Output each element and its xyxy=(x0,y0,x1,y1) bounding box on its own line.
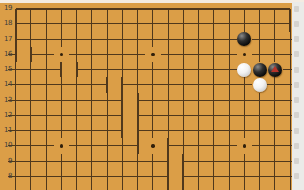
board-intersection[interactable] xyxy=(222,1,237,16)
board-intersection[interactable] xyxy=(130,47,145,62)
board-intersection[interactable] xyxy=(252,32,267,47)
black-stone[interactable] xyxy=(237,32,251,46)
board-intersection[interactable] xyxy=(39,138,54,153)
board-intersection[interactable] xyxy=(130,32,145,47)
board-intersection[interactable] xyxy=(267,47,282,62)
board-intersection[interactable] xyxy=(237,77,252,92)
clipped-right-label-mark xyxy=(294,143,299,149)
right-window-strip xyxy=(292,2,304,190)
board-intersection[interactable] xyxy=(54,32,69,47)
board-intersection[interactable] xyxy=(145,123,160,138)
board-intersection[interactable] xyxy=(39,184,54,190)
board-intersection[interactable] xyxy=(252,123,267,138)
board-intersection[interactable] xyxy=(23,32,38,47)
board-intersection[interactable] xyxy=(267,154,282,169)
board-intersection[interactable] xyxy=(222,62,237,77)
board-intersection[interactable] xyxy=(23,138,38,153)
board-intersection[interactable] xyxy=(23,154,38,169)
board-intersection[interactable] xyxy=(23,1,38,16)
row-label: 11 xyxy=(0,126,12,135)
clipped-right-label-mark xyxy=(294,97,299,103)
board-intersection[interactable] xyxy=(54,123,69,138)
board-intersection[interactable] xyxy=(267,184,282,190)
white-stone[interactable] xyxy=(253,78,267,92)
board-intersection[interactable] xyxy=(69,138,84,153)
board-intersection[interactable] xyxy=(222,138,237,153)
board-intersection[interactable] xyxy=(176,138,191,153)
board-intersection[interactable] xyxy=(252,108,267,123)
board-intersection[interactable] xyxy=(206,184,221,190)
last-move-triangle-marker xyxy=(271,66,279,72)
board-intersection[interactable] xyxy=(267,32,282,47)
board-intersection[interactable] xyxy=(145,77,160,92)
board-intersection[interactable] xyxy=(54,62,69,77)
board-intersection[interactable] xyxy=(161,16,176,31)
board-intersection[interactable] xyxy=(100,108,115,123)
board-intersection[interactable] xyxy=(161,154,176,169)
board-intersection[interactable] xyxy=(176,77,191,92)
star-point xyxy=(151,53,154,56)
row-label: 17 xyxy=(0,35,12,44)
row-label: 8 xyxy=(0,172,12,181)
star-point xyxy=(243,144,246,147)
board-intersection[interactable] xyxy=(222,184,237,190)
star-point xyxy=(60,144,63,147)
board-intersection[interactable] xyxy=(115,62,130,77)
board-intersection[interactable] xyxy=(130,184,145,190)
clipped-right-label-mark xyxy=(294,51,299,57)
board-intersection[interactable] xyxy=(84,93,99,108)
board-intersection[interactable] xyxy=(222,93,237,108)
board-intersection[interactable] xyxy=(206,1,221,16)
board-intersection[interactable] xyxy=(84,169,99,184)
row-label: 15 xyxy=(0,65,12,74)
board-intersection[interactable] xyxy=(69,108,84,123)
board-intersection[interactable] xyxy=(237,184,252,190)
board-intersection[interactable] xyxy=(206,169,221,184)
board-intersection[interactable] xyxy=(130,154,145,169)
board-intersection[interactable] xyxy=(100,77,115,92)
board-intersection[interactable] xyxy=(130,77,145,92)
board-intersection[interactable] xyxy=(23,77,38,92)
board-intersection[interactable] xyxy=(191,47,206,62)
board-intersection[interactable] xyxy=(161,184,176,190)
board-intersection[interactable] xyxy=(84,32,99,47)
board-intersection[interactable] xyxy=(252,93,267,108)
board-intersection[interactable] xyxy=(100,1,115,16)
board-intersection[interactable] xyxy=(191,77,206,92)
board-intersection[interactable] xyxy=(191,138,206,153)
board-intersection[interactable] xyxy=(84,77,99,92)
board-intersection[interactable] xyxy=(115,169,130,184)
board-intersection[interactable] xyxy=(267,169,282,184)
board-intersection[interactable] xyxy=(115,47,130,62)
board-intersection[interactable] xyxy=(100,32,115,47)
board-intersection[interactable] xyxy=(39,1,54,16)
board-intersection[interactable] xyxy=(145,154,160,169)
board-intersection[interactable] xyxy=(191,16,206,31)
clipped-right-label-mark xyxy=(294,21,299,27)
board-intersection[interactable] xyxy=(23,184,38,190)
board-intersection[interactable] xyxy=(222,16,237,31)
board-intersection[interactable] xyxy=(130,169,145,184)
board-intersection[interactable] xyxy=(115,184,130,190)
board-intersection[interactable] xyxy=(191,32,206,47)
board-intersection[interactable] xyxy=(100,16,115,31)
board-intersection[interactable] xyxy=(161,138,176,153)
board-intersection[interactable] xyxy=(23,62,38,77)
clipped-right-label-mark xyxy=(294,173,299,179)
board-intersection[interactable] xyxy=(23,47,38,62)
board-intersection[interactable] xyxy=(100,47,115,62)
board-intersection[interactable] xyxy=(222,32,237,47)
board-intersection[interactable] xyxy=(252,169,267,184)
board-intersection[interactable] xyxy=(115,154,130,169)
clipped-right-label-mark xyxy=(294,128,299,134)
board-intersection[interactable] xyxy=(100,154,115,169)
board-intersection[interactable] xyxy=(267,93,282,108)
board-intersection[interactable] xyxy=(84,1,99,16)
board-intersection[interactable] xyxy=(222,47,237,62)
star-point xyxy=(151,144,154,147)
board-intersection[interactable] xyxy=(267,123,282,138)
board-intersection[interactable] xyxy=(84,62,99,77)
board-intersection[interactable] xyxy=(252,16,267,31)
board-intersection[interactable] xyxy=(161,93,176,108)
board-intersection[interactable] xyxy=(115,108,130,123)
board-intersection[interactable] xyxy=(8,184,23,190)
board-intersection[interactable] xyxy=(222,169,237,184)
clipped-right-label-mark xyxy=(294,67,299,73)
board-intersection[interactable] xyxy=(252,1,267,16)
board-intersection[interactable] xyxy=(191,1,206,16)
board-intersection[interactable] xyxy=(161,108,176,123)
row-label: 14 xyxy=(0,80,12,89)
board-intersection[interactable] xyxy=(191,93,206,108)
board-intersection[interactable] xyxy=(191,62,206,77)
board-intersection[interactable] xyxy=(145,16,160,31)
board-intersection[interactable] xyxy=(54,154,69,169)
board-intersection[interactable] xyxy=(130,16,145,31)
board-intersection[interactable] xyxy=(69,154,84,169)
board-intersection[interactable] xyxy=(161,1,176,16)
board-intersection[interactable] xyxy=(54,93,69,108)
board-intersection[interactable] xyxy=(84,184,99,190)
board-intersection[interactable] xyxy=(145,169,160,184)
go-board[interactable] xyxy=(8,1,298,190)
board-intersection[interactable] xyxy=(39,154,54,169)
board-intersection[interactable] xyxy=(176,1,191,16)
board-intersection[interactable] xyxy=(222,108,237,123)
board-intersection[interactable] xyxy=(267,138,282,153)
board-intersection[interactable] xyxy=(191,184,206,190)
board-intersection[interactable] xyxy=(69,123,84,138)
board-intersection[interactable] xyxy=(115,93,130,108)
board-intersection[interactable] xyxy=(130,108,145,123)
board-intersection[interactable] xyxy=(23,93,38,108)
board-intersection[interactable] xyxy=(176,154,191,169)
board-intersection[interactable] xyxy=(69,93,84,108)
board-intersection[interactable] xyxy=(206,138,221,153)
board-intersection[interactable] xyxy=(54,184,69,190)
board-intersection[interactable] xyxy=(69,77,84,92)
board-intersection[interactable] xyxy=(69,47,84,62)
board-intersection[interactable] xyxy=(145,32,160,47)
board-intersection[interactable] xyxy=(39,93,54,108)
board-intersection[interactable] xyxy=(222,154,237,169)
board-intersection[interactable] xyxy=(206,108,221,123)
board-intersection[interactable] xyxy=(115,32,130,47)
board-intersection[interactable] xyxy=(145,108,160,123)
clipped-right-label-mark xyxy=(294,36,299,42)
board-intersection[interactable] xyxy=(23,108,38,123)
board-intersection[interactable] xyxy=(206,93,221,108)
board-intersection[interactable] xyxy=(206,32,221,47)
board-intersection[interactable] xyxy=(69,62,84,77)
board-intersection[interactable] xyxy=(115,123,130,138)
board-intersection[interactable] xyxy=(237,93,252,108)
board-intersection[interactable] xyxy=(69,1,84,16)
row-label: 19 xyxy=(0,4,12,13)
board-intersection[interactable] xyxy=(191,154,206,169)
board-intersection[interactable] xyxy=(237,123,252,138)
board-intersection[interactable] xyxy=(115,138,130,153)
board-intersection[interactable] xyxy=(252,138,267,153)
clipped-right-label-mark xyxy=(294,82,299,88)
board-intersection[interactable] xyxy=(161,169,176,184)
board-intersection[interactable] xyxy=(100,184,115,190)
board-intersection[interactable] xyxy=(84,138,99,153)
row-label: 13 xyxy=(0,96,12,105)
board-intersection[interactable] xyxy=(54,1,69,16)
board-intersection[interactable] xyxy=(39,77,54,92)
board-intersection[interactable] xyxy=(222,123,237,138)
board-intersection[interactable] xyxy=(69,16,84,31)
clipped-right-label-mark xyxy=(294,158,299,164)
star-point xyxy=(243,53,246,56)
board-intersection[interactable] xyxy=(176,108,191,123)
board-intersection[interactable] xyxy=(206,154,221,169)
board-intersection[interactable] xyxy=(267,108,282,123)
go-board-screen: 1918171615141312111098 xyxy=(0,0,304,190)
board-intersection[interactable] xyxy=(115,1,130,16)
board-intersection[interactable] xyxy=(161,77,176,92)
board-intersection[interactable] xyxy=(54,108,69,123)
board-intersection[interactable] xyxy=(176,62,191,77)
board-intersection[interactable] xyxy=(54,77,69,92)
board-intersection[interactable] xyxy=(161,32,176,47)
board-intersection[interactable] xyxy=(176,184,191,190)
board-intersection[interactable] xyxy=(237,1,252,16)
board-intersection[interactable] xyxy=(161,62,176,77)
clipped-right-label-mark xyxy=(294,6,299,12)
board-intersection[interactable] xyxy=(130,123,145,138)
board-intersection[interactable] xyxy=(115,16,130,31)
board-intersection[interactable] xyxy=(206,123,221,138)
row-label: 16 xyxy=(0,50,12,59)
board-intersection[interactable] xyxy=(176,32,191,47)
board-intersection[interactable] xyxy=(84,47,99,62)
board-intersection[interactable] xyxy=(39,108,54,123)
board-intersection[interactable] xyxy=(84,123,99,138)
board-intersection[interactable] xyxy=(145,93,160,108)
board-intersection[interactable] xyxy=(252,154,267,169)
board-intersection[interactable] xyxy=(130,1,145,16)
board-intersection[interactable] xyxy=(54,16,69,31)
board-intersection[interactable] xyxy=(206,16,221,31)
board-intersection[interactable] xyxy=(191,169,206,184)
clipped-right-label-mark xyxy=(294,112,299,118)
board-intersection[interactable] xyxy=(267,16,282,31)
board-intersection[interactable] xyxy=(39,32,54,47)
board-intersection[interactable] xyxy=(39,123,54,138)
white-stone[interactable] xyxy=(237,63,251,77)
board-intersection[interactable] xyxy=(206,47,221,62)
board-intersection[interactable] xyxy=(69,169,84,184)
board-intersection[interactable] xyxy=(39,47,54,62)
board-intersection[interactable] xyxy=(100,93,115,108)
board-intersection[interactable] xyxy=(39,169,54,184)
board-intersection[interactable] xyxy=(23,16,38,31)
row-label: 10 xyxy=(0,141,12,150)
board-intersection[interactable] xyxy=(161,123,176,138)
board-intersection[interactable] xyxy=(39,62,54,77)
board-intersection[interactable] xyxy=(176,16,191,31)
board-intersection[interactable] xyxy=(115,77,130,92)
board-intersection[interactable] xyxy=(130,138,145,153)
board-intersection[interactable] xyxy=(145,184,160,190)
board-intersection[interactable] xyxy=(69,32,84,47)
board-intersection[interactable] xyxy=(39,16,54,31)
board-intersection[interactable] xyxy=(267,77,282,92)
board-intersection[interactable] xyxy=(252,184,267,190)
board-intersection[interactable] xyxy=(23,169,38,184)
board-intersection[interactable] xyxy=(161,47,176,62)
board-intersection[interactable] xyxy=(84,154,99,169)
board-intersection[interactable] xyxy=(100,138,115,153)
board-intersection[interactable] xyxy=(191,108,206,123)
board-intersection[interactable] xyxy=(237,108,252,123)
board-intersection[interactable] xyxy=(54,169,69,184)
board-intersection[interactable] xyxy=(100,123,115,138)
board-intersection[interactable] xyxy=(252,47,267,62)
board-intersection[interactable] xyxy=(130,62,145,77)
board-intersection[interactable] xyxy=(176,93,191,108)
board-intersection[interactable] xyxy=(23,123,38,138)
board-intersection[interactable] xyxy=(145,1,160,16)
board-intersection[interactable] xyxy=(222,77,237,92)
board-intersection[interactable] xyxy=(84,108,99,123)
board-intersection[interactable] xyxy=(191,123,206,138)
row-label: 12 xyxy=(0,111,12,120)
board-intersection[interactable] xyxy=(206,77,221,92)
board-intersection[interactable] xyxy=(130,93,145,108)
row-label: 9 xyxy=(0,157,12,166)
board-intersection[interactable] xyxy=(100,169,115,184)
star-point xyxy=(60,53,63,56)
board-intersection[interactable] xyxy=(176,169,191,184)
board-intersection[interactable] xyxy=(100,62,115,77)
board-intersection[interactable] xyxy=(69,184,84,190)
board-intersection[interactable] xyxy=(237,16,252,31)
board-intersection[interactable] xyxy=(267,1,282,16)
board-intersection[interactable] xyxy=(237,169,252,184)
board-intersection[interactable] xyxy=(237,154,252,169)
row-label: 18 xyxy=(0,19,12,28)
board-intersection[interactable] xyxy=(145,62,160,77)
board-intersection[interactable] xyxy=(206,62,221,77)
board-intersection[interactable] xyxy=(84,16,99,31)
board-intersection[interactable] xyxy=(176,123,191,138)
board-intersection[interactable] xyxy=(176,47,191,62)
top-window-strip xyxy=(0,0,304,3)
black-stone[interactable] xyxy=(253,63,267,77)
